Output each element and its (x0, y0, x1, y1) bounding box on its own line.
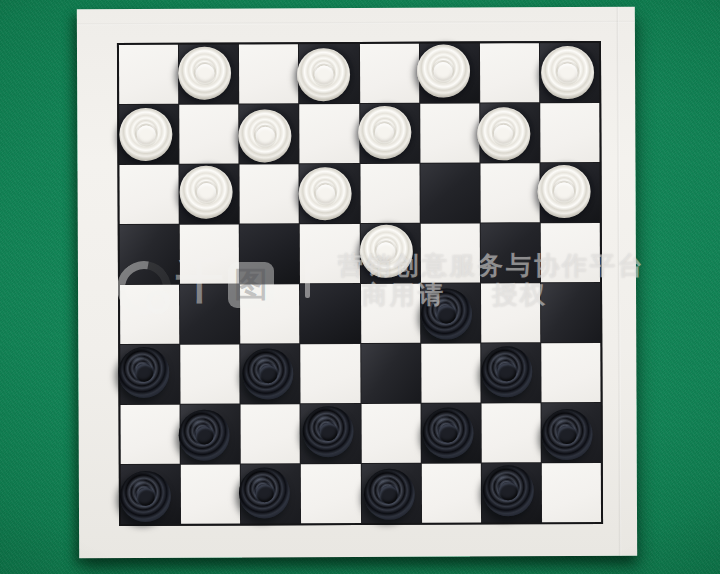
square-r1-c4[interactable] (299, 44, 358, 103)
square-r8-c6[interactable] (421, 463, 480, 522)
screenshot-root: { "game": "checkers", "scene_description… (0, 0, 720, 574)
square-r3-c8[interactable] (540, 163, 599, 222)
square-r2-c3[interactable] (239, 104, 298, 163)
square-r4-c5[interactable] (360, 224, 419, 283)
square-r4-c8[interactable] (541, 223, 600, 282)
square-r7-c8[interactable] (541, 403, 600, 462)
white-checker[interactable] (477, 107, 530, 160)
square-r4-c4[interactable] (300, 224, 359, 283)
square-r5-c1[interactable] (120, 285, 179, 344)
paper-board-sheet (77, 7, 637, 558)
black-checker[interactable] (363, 469, 414, 520)
square-r1-c7[interactable] (480, 43, 539, 102)
square-r1-c6[interactable] (420, 43, 479, 102)
white-checker[interactable] (299, 167, 352, 220)
white-checker[interactable] (417, 45, 470, 98)
square-r3-c7[interactable] (480, 163, 539, 222)
white-checker[interactable] (178, 47, 231, 100)
square-r7-c5[interactable] (361, 404, 420, 463)
square-r2-c5[interactable] (360, 104, 419, 163)
black-checker[interactable] (303, 406, 354, 457)
square-r4-c7[interactable] (480, 223, 539, 282)
square-r2-c1[interactable] (119, 105, 178, 164)
square-r8-c8[interactable] (542, 463, 601, 522)
square-r3-c5[interactable] (360, 164, 419, 223)
black-checker[interactable] (239, 467, 290, 518)
square-r6-c7[interactable] (481, 343, 540, 402)
square-r1-c3[interactable] (239, 44, 298, 103)
square-r6-c8[interactable] (541, 343, 600, 402)
black-checker[interactable] (541, 409, 592, 460)
square-r6-c5[interactable] (361, 344, 420, 403)
square-r7-c7[interactable] (481, 403, 540, 462)
square-r1-c2[interactable] (179, 45, 238, 104)
square-r2-c2[interactable] (179, 105, 238, 164)
square-r8-c7[interactable] (482, 463, 541, 522)
square-r4-c6[interactable] (420, 223, 479, 282)
black-checker[interactable] (120, 471, 171, 522)
square-r2-c7[interactable] (480, 103, 539, 162)
square-r1-c1[interactable] (119, 45, 178, 104)
black-checker[interactable] (179, 410, 230, 461)
white-checker[interactable] (119, 108, 172, 161)
paper-crease-vertical (616, 7, 621, 556)
square-r3-c6[interactable] (420, 163, 479, 222)
square-r3-c3[interactable] (240, 164, 299, 223)
square-r5-c4[interactable] (300, 284, 359, 343)
square-r4-c2[interactable] (180, 225, 239, 284)
square-r7-c3[interactable] (241, 404, 300, 463)
paper-crease-horizontal (77, 21, 635, 25)
square-r5-c8[interactable] (541, 283, 600, 342)
square-r4-c1[interactable] (120, 225, 179, 284)
square-r3-c1[interactable] (119, 165, 178, 224)
square-r2-c6[interactable] (420, 103, 479, 162)
square-r6-c6[interactable] (421, 343, 480, 402)
square-r2-c8[interactable] (540, 103, 599, 162)
square-r7-c6[interactable] (421, 403, 480, 462)
white-checker[interactable] (541, 46, 594, 99)
white-checker[interactable] (358, 106, 411, 159)
white-checker[interactable] (297, 48, 350, 101)
square-r8-c4[interactable] (301, 464, 360, 523)
square-r5-c6[interactable] (421, 283, 480, 342)
square-r3-c4[interactable] (300, 164, 359, 223)
black-checker[interactable] (422, 407, 473, 458)
square-r8-c2[interactable] (181, 465, 240, 524)
square-r1-c5[interactable] (359, 44, 418, 103)
white-checker[interactable] (359, 225, 412, 278)
square-r4-c3[interactable] (240, 224, 299, 283)
square-r6-c2[interactable] (180, 345, 239, 404)
square-r5-c2[interactable] (180, 285, 239, 344)
square-r7-c4[interactable] (301, 404, 360, 463)
square-r1-c8[interactable] (540, 43, 599, 102)
black-checker[interactable] (483, 465, 534, 516)
black-checker[interactable] (421, 288, 472, 339)
square-r6-c4[interactable] (301, 344, 360, 403)
square-r5-c3[interactable] (240, 284, 299, 343)
white-checker[interactable] (239, 109, 292, 162)
square-r6-c3[interactable] (241, 344, 300, 403)
square-r7-c2[interactable] (181, 405, 240, 464)
square-r2-c4[interactable] (300, 104, 359, 163)
square-r8-c5[interactable] (361, 464, 420, 523)
square-r6-c1[interactable] (120, 345, 179, 404)
square-r8-c3[interactable] (241, 464, 300, 523)
white-checker[interactable] (537, 165, 590, 218)
square-r5-c7[interactable] (481, 283, 540, 342)
checkers-board (117, 41, 603, 526)
black-checker[interactable] (243, 348, 294, 399)
white-checker[interactable] (180, 166, 233, 219)
square-r8-c1[interactable] (121, 465, 180, 524)
black-checker[interactable] (118, 347, 169, 398)
square-r5-c5[interactable] (361, 284, 420, 343)
black-checker[interactable] (481, 346, 532, 397)
square-r3-c2[interactable] (180, 165, 239, 224)
square-r7-c1[interactable] (121, 405, 180, 464)
